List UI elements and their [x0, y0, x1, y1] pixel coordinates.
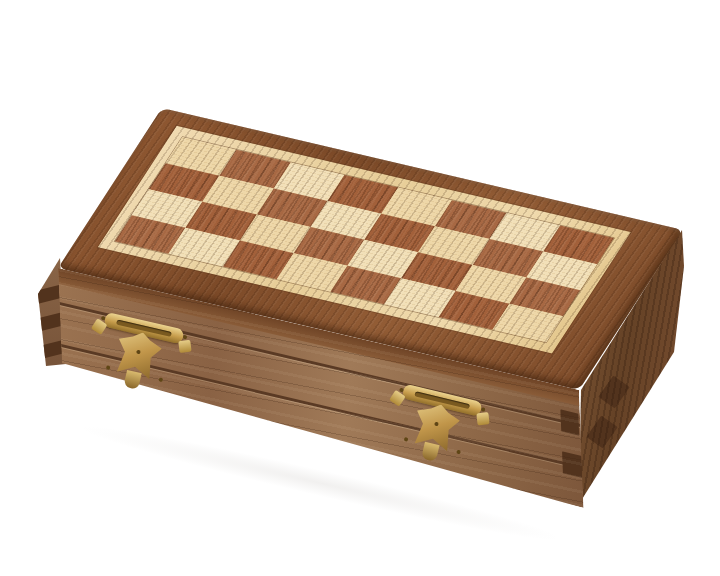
latch-wing — [178, 340, 191, 353]
latch-screw — [158, 377, 163, 382]
latch-screw — [481, 407, 486, 412]
finger-joint-tooth — [562, 451, 582, 478]
finger-joint-tooth — [598, 376, 629, 409]
latch-screw — [404, 437, 409, 442]
latch-screw — [456, 450, 461, 455]
latch-wing — [476, 412, 489, 425]
latch-screw — [183, 335, 188, 340]
latch-screw — [106, 365, 111, 370]
latch-hook — [421, 442, 440, 462]
finger-joint-tooth — [560, 409, 579, 435]
chess-box-photo — [0, 0, 720, 576]
finger-joint-tooth — [586, 416, 617, 449]
latch-hook — [123, 370, 141, 390]
